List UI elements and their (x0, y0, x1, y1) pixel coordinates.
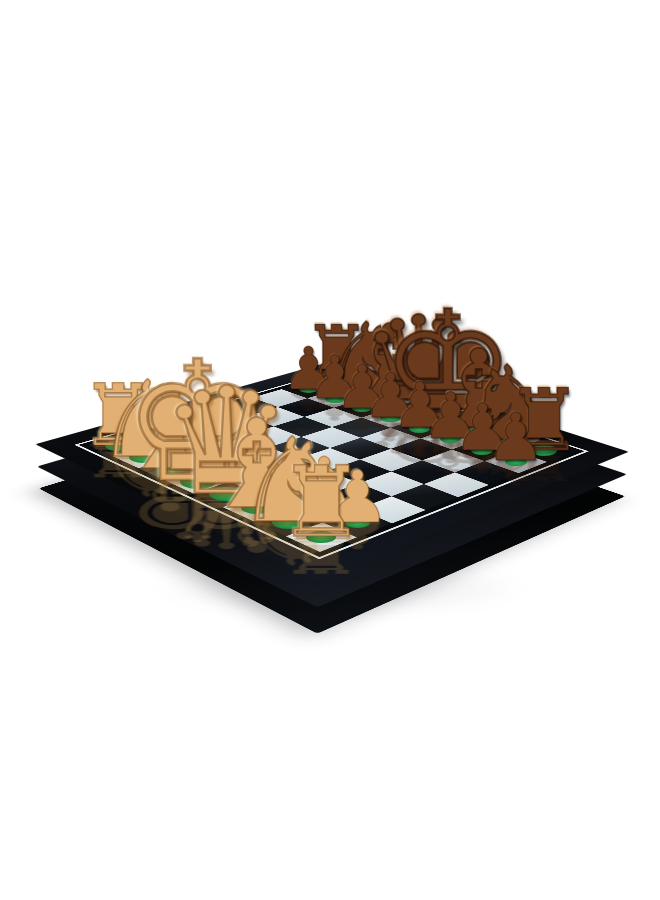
piece-black-pawn-h7[interactable]: ♟ (483, 405, 549, 471)
pieces-layer: ♜♜♞♞♝♝♛♛♚♚♝♝♞♞♜♜♟♟♟♟♟♟♟♟♟♟♟♟♟♟♟♟♟♟♟♟♟♟♟♟… (0, 0, 660, 900)
piece-white-rook-h1[interactable]: ♜ (272, 454, 370, 552)
chess-set-photo: ♜♜♞♞♝♝♛♛♚♚♝♝♞♞♜♜♟♟♟♟♟♟♟♟♟♟♟♟♟♟♟♟♟♟♟♟♟♟♟♟… (0, 0, 660, 900)
